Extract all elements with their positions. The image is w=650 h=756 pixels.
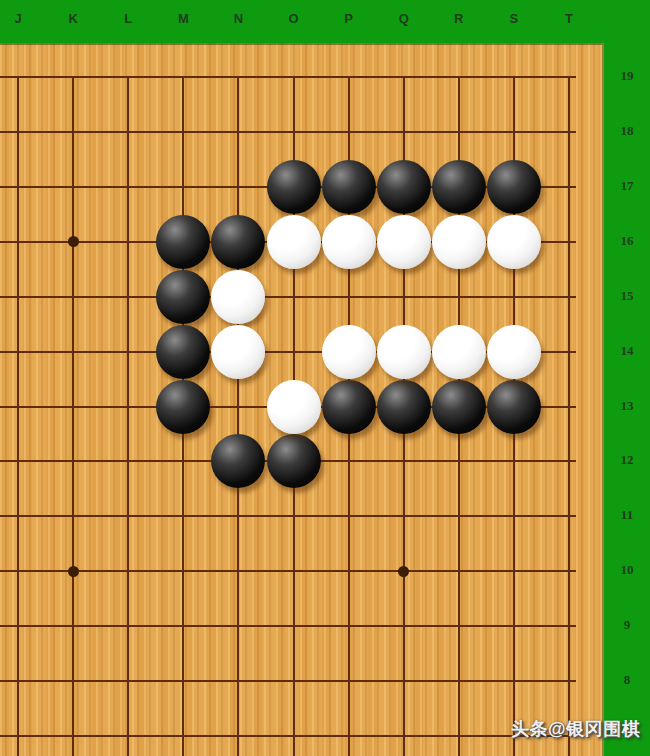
column-label-T: T: [555, 11, 583, 26]
watermark-text: 头条@银冈围棋: [511, 717, 640, 741]
black-stone-O12: [267, 434, 321, 488]
row-label-16: 16: [612, 233, 642, 249]
column-label-O: O: [280, 11, 308, 26]
column-label-M: M: [169, 11, 197, 26]
black-stone-Q17: [377, 160, 431, 214]
row-label-13: 13: [612, 398, 642, 414]
row-label-8: 8: [612, 672, 642, 688]
black-stone-M13: [156, 380, 210, 434]
row-label-11: 11: [612, 507, 642, 523]
black-stone-S13: [487, 380, 541, 434]
white-stone-Q14: [377, 325, 431, 379]
white-stone-R14: [432, 325, 486, 379]
row-label-15: 15: [612, 288, 642, 304]
black-stone-M14: [156, 325, 210, 379]
white-stone-P14: [322, 325, 376, 379]
grid-line-v-K: [72, 76, 74, 756]
grid-line-h-9: [0, 625, 576, 627]
column-label-Q: Q: [390, 11, 418, 26]
grid-line-v-N: [237, 76, 239, 756]
black-stone-S17: [487, 160, 541, 214]
white-stone-N15: [211, 270, 265, 324]
black-stone-Q13: [377, 380, 431, 434]
white-stone-S16: [487, 215, 541, 269]
white-stone-Q16: [377, 215, 431, 269]
grid-line-h-7: [0, 735, 576, 737]
row-label-10: 10: [612, 562, 642, 578]
row-label-9: 9: [612, 617, 642, 633]
column-label-N: N: [224, 11, 252, 26]
grid-line-h-10: [0, 570, 576, 572]
star-point-Q10: [398, 566, 409, 577]
white-stone-S14: [487, 325, 541, 379]
row-label-19: 19: [612, 68, 642, 84]
white-stone-P16: [322, 215, 376, 269]
white-stone-N14: [211, 325, 265, 379]
black-stone-R13: [432, 380, 486, 434]
black-stone-N16: [211, 215, 265, 269]
black-stone-P17: [322, 160, 376, 214]
column-label-J: J: [4, 11, 32, 26]
column-label-P: P: [335, 11, 363, 26]
column-label-L: L: [114, 11, 142, 26]
grid-line-v-J: [17, 76, 19, 756]
column-label-R: R: [445, 11, 473, 26]
column-label-K: K: [59, 11, 87, 26]
grid-line-h-15: [0, 296, 576, 298]
row-label-12: 12: [612, 452, 642, 468]
black-stone-M16: [156, 215, 210, 269]
grid-line-v-L: [127, 76, 129, 756]
star-point-K10: [68, 566, 79, 577]
row-label-18: 18: [612, 123, 642, 139]
black-stone-R17: [432, 160, 486, 214]
black-stone-O17: [267, 160, 321, 214]
black-stone-P13: [322, 380, 376, 434]
white-stone-R16: [432, 215, 486, 269]
row-label-14: 14: [612, 343, 642, 359]
column-label-S: S: [500, 11, 528, 26]
row-label-17: 17: [612, 178, 642, 194]
black-stone-M15: [156, 270, 210, 324]
white-stone-O13: [267, 380, 321, 434]
grid-line-h-11: [0, 515, 576, 517]
grid-line-h-19: [0, 76, 576, 78]
star-point-K16: [68, 236, 79, 247]
grid-line-h-18: [0, 131, 576, 133]
go-diagram-canvas: JKLMNOPQRST1918171615141312111098 头条@银冈围…: [0, 0, 650, 756]
grid-line-v-T: [568, 76, 570, 756]
white-stone-O16: [267, 215, 321, 269]
grid-line-h-8: [0, 680, 576, 682]
